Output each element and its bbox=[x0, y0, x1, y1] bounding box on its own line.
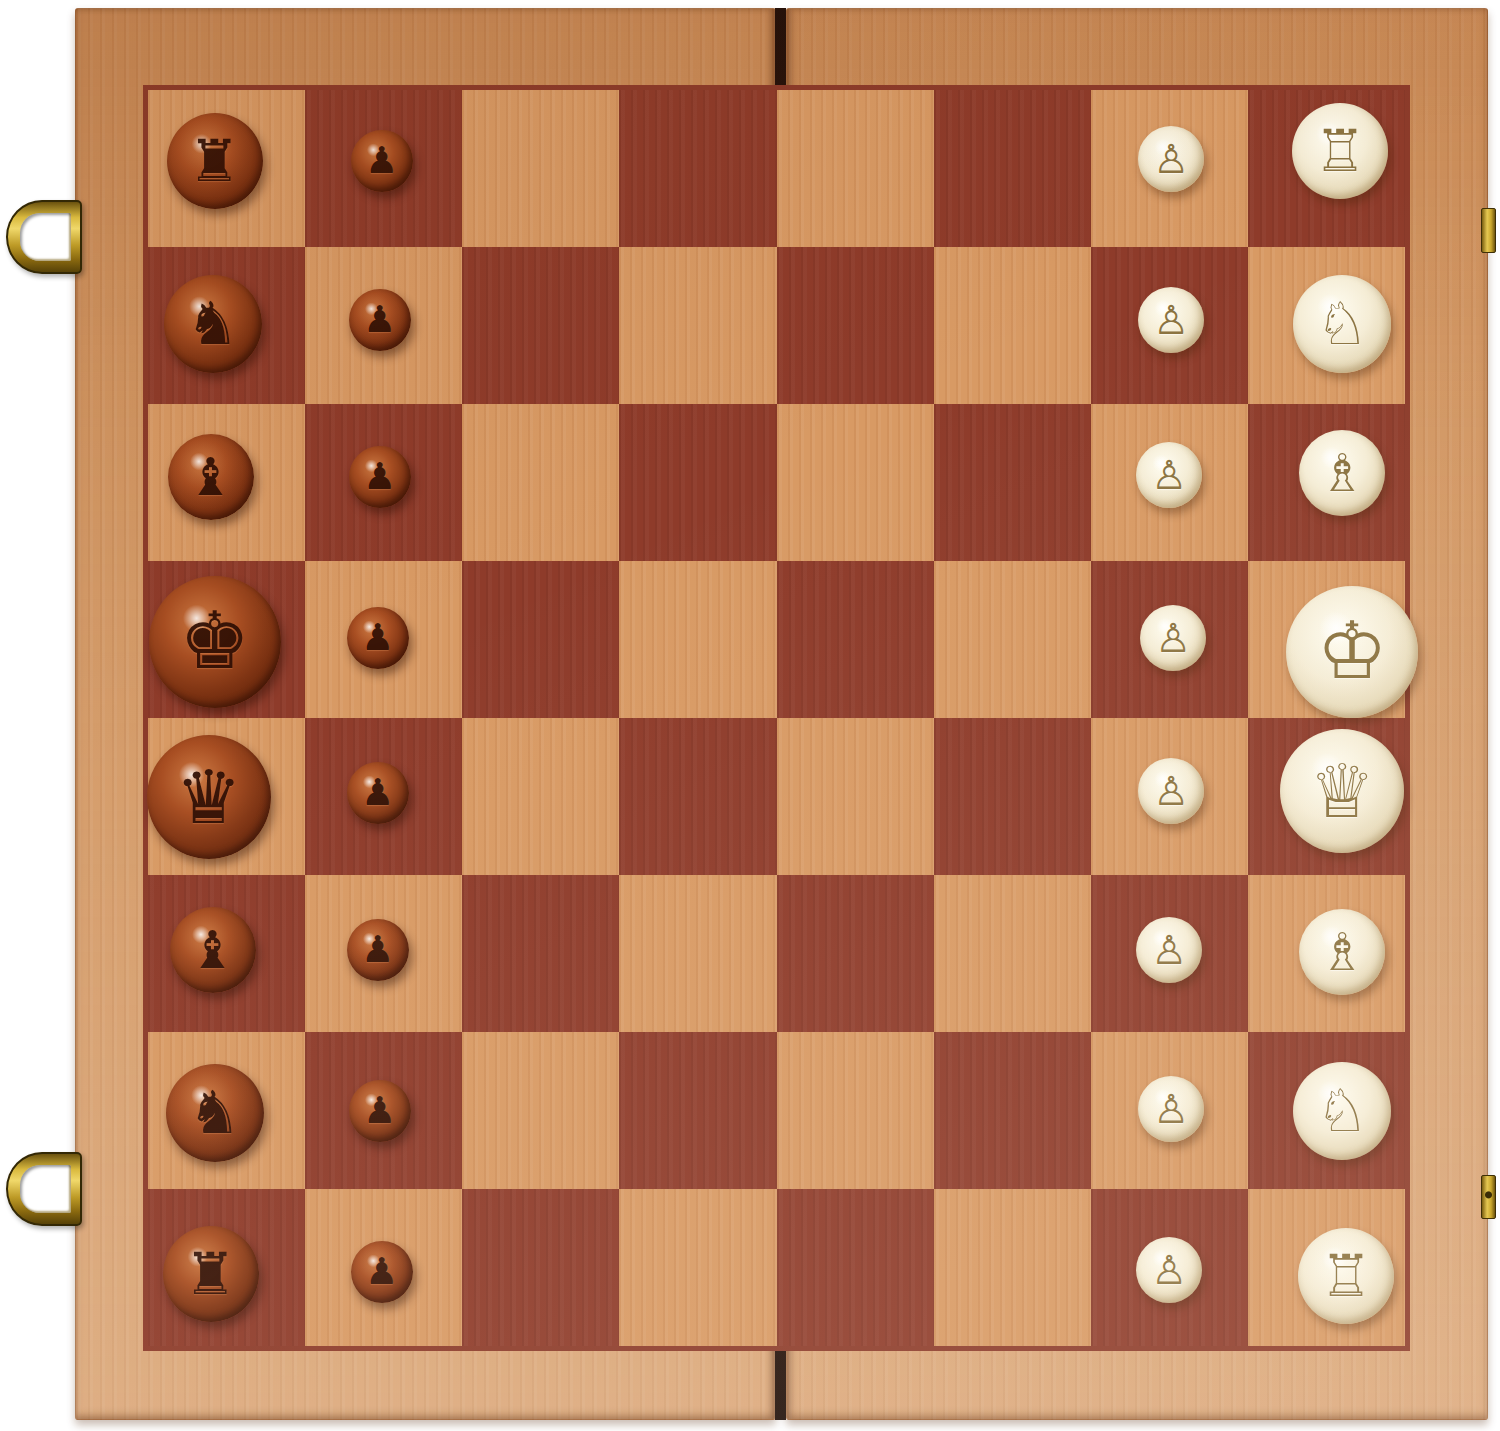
dark-bishop[interactable]: ♝ bbox=[168, 434, 254, 520]
dark-pawn[interactable]: ♟ bbox=[351, 1241, 413, 1303]
dark-pawn[interactable]: ♟ bbox=[351, 130, 413, 192]
brass-catch-plate-top bbox=[1481, 208, 1496, 253]
dark-knight[interactable]: ♞ bbox=[164, 275, 262, 373]
dark-pawn[interactable]: ♟ bbox=[349, 1080, 411, 1142]
square-r3c3[interactable] bbox=[462, 404, 619, 561]
square-r3c6[interactable] bbox=[934, 404, 1091, 561]
square-r5c5[interactable] bbox=[777, 718, 934, 875]
square-r3c5[interactable] bbox=[777, 404, 934, 561]
square-r7c4[interactable] bbox=[619, 1032, 776, 1189]
dark-pawn[interactable]: ♟ bbox=[349, 289, 411, 351]
white-pawn[interactable]: ♙ bbox=[1136, 1237, 1202, 1303]
chess-set-photo: ♜♟♙♖♞♟♙♘♝♟♙♗♚♟♙♔♛♟♙♕♝♟♙♗♞♟♙♘♜♟♙♖ bbox=[0, 0, 1500, 1431]
square-r8c3[interactable] bbox=[462, 1189, 619, 1346]
white-pawn[interactable]: ♙ bbox=[1138, 126, 1204, 192]
white-king[interactable]: ♔ bbox=[1286, 586, 1418, 718]
square-r6c6[interactable] bbox=[934, 875, 1091, 1032]
square-r8c5[interactable] bbox=[777, 1189, 934, 1346]
square-r5c3[interactable] bbox=[462, 718, 619, 875]
square-r7c3[interactable] bbox=[462, 1032, 619, 1189]
white-rook[interactable]: ♖ bbox=[1292, 103, 1388, 199]
dark-rook[interactable]: ♜ bbox=[163, 1226, 259, 1322]
white-pawn[interactable]: ♙ bbox=[1138, 287, 1204, 353]
dark-pawn[interactable]: ♟ bbox=[349, 446, 411, 508]
white-knight[interactable]: ♘ bbox=[1293, 275, 1391, 373]
white-pawn[interactable]: ♙ bbox=[1136, 442, 1202, 508]
square-r8c4[interactable] bbox=[619, 1189, 776, 1346]
white-knight[interactable]: ♘ bbox=[1293, 1062, 1391, 1160]
white-rook[interactable]: ♖ bbox=[1298, 1228, 1394, 1324]
white-pawn[interactable]: ♙ bbox=[1140, 605, 1206, 671]
white-queen[interactable]: ♕ bbox=[1280, 729, 1404, 853]
square-r6c5[interactable] bbox=[777, 875, 934, 1032]
square-r5c6[interactable] bbox=[934, 718, 1091, 875]
white-pawn[interactable]: ♙ bbox=[1138, 758, 1204, 824]
brass-catch-plate-bottom bbox=[1481, 1175, 1496, 1219]
square-r2c6[interactable] bbox=[934, 247, 1091, 404]
square-r2c4[interactable] bbox=[619, 247, 776, 404]
white-pawn[interactable]: ♙ bbox=[1136, 917, 1202, 983]
dark-bishop[interactable]: ♝ bbox=[170, 907, 256, 993]
square-r4c3[interactable] bbox=[462, 561, 619, 718]
square-r4c6[interactable] bbox=[934, 561, 1091, 718]
square-r2c3[interactable] bbox=[462, 247, 619, 404]
square-r4c5[interactable] bbox=[777, 561, 934, 718]
chess-board: ♜♟♙♖♞♟♙♘♝♟♙♗♚♟♙♔♛♟♙♕♝♟♙♗♞♟♙♘♜♟♙♖ bbox=[143, 85, 1410, 1351]
square-r7c5[interactable] bbox=[777, 1032, 934, 1189]
square-r7c6[interactable] bbox=[934, 1032, 1091, 1189]
square-r1c3[interactable] bbox=[462, 90, 619, 247]
square-r2c5[interactable] bbox=[777, 247, 934, 404]
brass-latch-bottom bbox=[6, 1152, 82, 1226]
square-r1c5[interactable] bbox=[777, 90, 934, 247]
brass-latch-top bbox=[6, 200, 82, 274]
dark-pawn[interactable]: ♟ bbox=[347, 762, 409, 824]
latch-opening bbox=[20, 213, 71, 261]
square-r6c3[interactable] bbox=[462, 875, 619, 1032]
square-r1c6[interactable] bbox=[934, 90, 1091, 247]
white-pawn[interactable]: ♙ bbox=[1138, 1076, 1204, 1142]
square-r8c6[interactable] bbox=[934, 1189, 1091, 1346]
dark-rook[interactable]: ♜ bbox=[167, 113, 263, 209]
dark-pawn[interactable]: ♟ bbox=[347, 607, 409, 669]
white-bishop[interactable]: ♗ bbox=[1299, 430, 1385, 516]
latch-opening bbox=[20, 1165, 71, 1213]
dark-knight[interactable]: ♞ bbox=[166, 1064, 264, 1162]
square-r4c4[interactable] bbox=[619, 561, 776, 718]
square-r3c4[interactable] bbox=[619, 404, 776, 561]
square-r5c4[interactable] bbox=[619, 718, 776, 875]
dark-king[interactable]: ♚ bbox=[149, 576, 281, 708]
square-r1c4[interactable] bbox=[619, 90, 776, 247]
square-r6c4[interactable] bbox=[619, 875, 776, 1032]
white-bishop[interactable]: ♗ bbox=[1299, 909, 1385, 995]
dark-pawn[interactable]: ♟ bbox=[347, 919, 409, 981]
dark-queen[interactable]: ♛ bbox=[147, 735, 271, 859]
